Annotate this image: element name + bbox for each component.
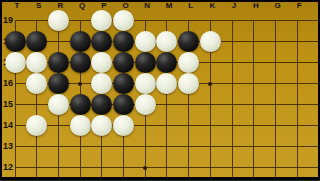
- go-app-window: TSRQPONMLKJHGFE1918171615141312: [0, 0, 320, 180]
- stone-white-N16[interactable]: [135, 73, 156, 94]
- stone-white-O19[interactable]: [113, 10, 134, 31]
- stone-white-M18[interactable]: [156, 31, 177, 52]
- stone-white-P14[interactable]: [91, 115, 112, 136]
- stone-white-S16[interactable]: [26, 73, 47, 94]
- grid-line-row-13: [15, 146, 320, 147]
- stone-white-L16[interactable]: [178, 73, 199, 94]
- stone-white-P16[interactable]: [91, 73, 112, 94]
- column-label-Q: Q: [75, 1, 89, 10]
- stone-black-S18[interactable]: [26, 31, 47, 52]
- frame-border-top: [0, 0, 320, 2]
- stone-white-Q14[interactable]: [70, 115, 91, 136]
- stone-white-P19[interactable]: [91, 10, 112, 31]
- column-label-R: R: [53, 1, 67, 10]
- stone-black-L18[interactable]: [178, 31, 199, 52]
- stone-white-N15[interactable]: [135, 94, 156, 115]
- frame-border-left: [0, 0, 2, 180]
- grid-line-row-14: [15, 125, 320, 126]
- stone-black-P18[interactable]: [91, 31, 112, 52]
- stone-black-Q17[interactable]: [70, 52, 91, 73]
- star-point-Q16: [78, 82, 82, 86]
- stone-white-O14[interactable]: [113, 115, 134, 136]
- column-label-H: H: [249, 1, 263, 10]
- stone-white-T17[interactable]: [5, 52, 26, 73]
- stone-black-Q15[interactable]: [70, 94, 91, 115]
- column-label-G: G: [271, 1, 285, 10]
- grid-line-col-H: [253, 21, 254, 181]
- stone-white-R19[interactable]: [48, 10, 69, 31]
- stone-white-L17[interactable]: [178, 52, 199, 73]
- column-label-P: P: [97, 1, 111, 10]
- column-label-L: L: [184, 1, 198, 10]
- star-point-N12: [143, 166, 147, 170]
- grid-line-row-12: [15, 167, 320, 168]
- stone-black-Q18[interactable]: [70, 31, 91, 52]
- stone-black-M17[interactable]: [156, 52, 177, 73]
- stone-white-R15[interactable]: [48, 94, 69, 115]
- star-point-K16: [208, 82, 212, 86]
- stone-black-O16[interactable]: [113, 73, 134, 94]
- stone-white-M16[interactable]: [156, 73, 177, 94]
- stone-white-P17[interactable]: [91, 52, 112, 73]
- stone-black-R16[interactable]: [48, 73, 69, 94]
- stone-black-O18[interactable]: [113, 31, 134, 52]
- frame-border-bottom: [0, 177, 320, 180]
- grid-line-col-F: [297, 21, 298, 181]
- stone-white-S14[interactable]: [26, 115, 47, 136]
- stone-white-K18[interactable]: [200, 31, 221, 52]
- stone-black-P15[interactable]: [91, 94, 112, 115]
- grid-line-col-G: [275, 21, 276, 181]
- stone-black-N17[interactable]: [135, 52, 156, 73]
- stone-black-O15[interactable]: [113, 94, 134, 115]
- column-label-F: F: [292, 1, 306, 10]
- column-label-T: T: [10, 1, 24, 10]
- column-label-K: K: [205, 1, 219, 10]
- stone-black-R17[interactable]: [48, 52, 69, 73]
- go-board[interactable]: TSRQPONMLKJHGFE1918171615141312: [0, 0, 320, 180]
- column-label-N: N: [140, 1, 154, 10]
- grid-line-col-J: [232, 21, 233, 181]
- column-label-J: J: [227, 1, 241, 10]
- stone-white-S17[interactable]: [26, 52, 47, 73]
- column-label-O: O: [119, 1, 133, 10]
- stone-black-O17[interactable]: [113, 52, 134, 73]
- column-label-S: S: [32, 1, 46, 10]
- stone-black-T18[interactable]: [5, 31, 26, 52]
- column-label-M: M: [162, 1, 176, 10]
- stone-white-N18[interactable]: [135, 31, 156, 52]
